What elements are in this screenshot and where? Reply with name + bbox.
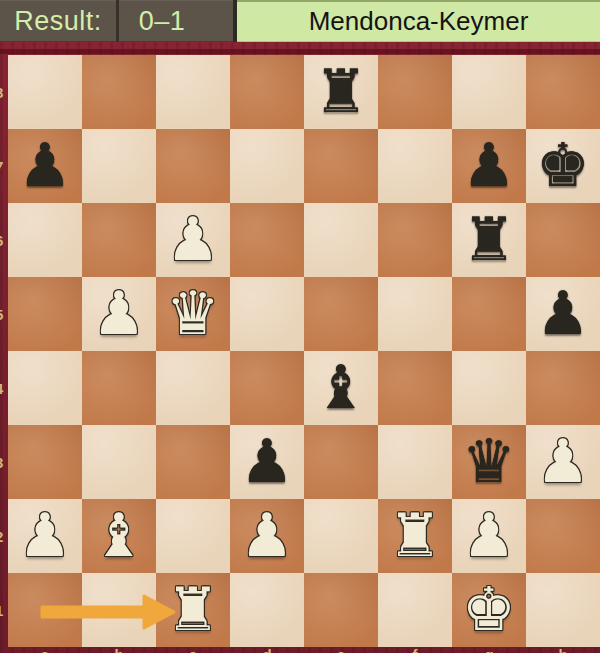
square-c6[interactable]: ♟ <box>156 203 230 277</box>
square-e6[interactable] <box>304 203 378 277</box>
square-g2[interactable]: ♟ <box>452 499 526 573</box>
square-f6[interactable] <box>378 203 452 277</box>
rank-label-4: 4 <box>0 380 3 397</box>
piece-white-bishop[interactable]: ♝ <box>82 499 156 573</box>
square-b6[interactable] <box>82 203 156 277</box>
square-g3[interactable]: ♛ <box>452 425 526 499</box>
file-label-f: f <box>413 646 418 653</box>
square-h5[interactable]: ♟ <box>526 277 600 351</box>
file-label-c: c <box>189 646 197 653</box>
piece-white-pawn[interactable]: ♟ <box>452 499 526 573</box>
piece-white-rook[interactable]: ♜ <box>378 499 452 573</box>
square-e7[interactable] <box>304 129 378 203</box>
piece-white-pawn[interactable]: ♟ <box>526 425 600 499</box>
piece-white-queen[interactable]: ♛ <box>156 277 230 351</box>
square-e2[interactable] <box>304 499 378 573</box>
square-f7[interactable] <box>378 129 452 203</box>
square-d1[interactable] <box>230 573 304 647</box>
square-c5[interactable]: ♛ <box>156 277 230 351</box>
square-c3[interactable] <box>156 425 230 499</box>
square-g6[interactable]: ♜ <box>452 203 526 277</box>
players-box[interactable]: Mendonca-Keymer <box>237 0 600 42</box>
square-g7[interactable]: ♟ <box>452 129 526 203</box>
square-a7[interactable]: ♟ <box>8 129 82 203</box>
square-b3[interactable] <box>82 425 156 499</box>
square-g5[interactable] <box>452 277 526 351</box>
square-f4[interactable] <box>378 351 452 425</box>
square-d2[interactable]: ♟ <box>230 499 304 573</box>
rank-label-2: 2 <box>0 528 3 545</box>
square-c2[interactable] <box>156 499 230 573</box>
square-c4[interactable] <box>156 351 230 425</box>
chess-app-window: Result: 0–1 Mendonca-Keymer ♜♟♟♚♟♜♟♛♟♝♟♛… <box>0 0 600 653</box>
square-d8[interactable] <box>230 55 304 129</box>
square-f2[interactable]: ♜ <box>378 499 452 573</box>
result-bar: Result: 0–1 Mendonca-Keymer <box>0 0 600 42</box>
piece-white-rook[interactable]: ♜ <box>156 573 230 647</box>
result-box: Result: 0–1 <box>0 0 233 42</box>
file-label-b: b <box>114 646 123 653</box>
piece-white-pawn[interactable]: ♟ <box>82 277 156 351</box>
square-g1[interactable]: ♚ <box>452 573 526 647</box>
square-g8[interactable] <box>452 55 526 129</box>
piece-black-queen[interactable]: ♛ <box>452 425 526 499</box>
file-label-e: e <box>337 646 345 653</box>
square-e8[interactable]: ♜ <box>304 55 378 129</box>
piece-white-king[interactable]: ♚ <box>452 573 526 647</box>
square-c1[interactable]: ♜ <box>156 573 230 647</box>
square-e1[interactable] <box>304 573 378 647</box>
square-b5[interactable]: ♟ <box>82 277 156 351</box>
square-d7[interactable] <box>230 129 304 203</box>
piece-black-pawn[interactable]: ♟ <box>8 129 82 203</box>
players-name: Mendonca-Keymer <box>309 6 529 37</box>
board-top-edge <box>0 49 600 54</box>
square-f3[interactable] <box>378 425 452 499</box>
square-h1[interactable] <box>526 573 600 647</box>
square-e4[interactable]: ♝ <box>304 351 378 425</box>
rank-label-3: 3 <box>0 454 3 471</box>
piece-black-pawn[interactable]: ♟ <box>230 425 304 499</box>
file-label-d: d <box>262 646 271 653</box>
square-a5[interactable] <box>8 277 82 351</box>
square-b4[interactable] <box>82 351 156 425</box>
square-a6[interactable] <box>8 203 82 277</box>
square-c7[interactable] <box>156 129 230 203</box>
square-d4[interactable] <box>230 351 304 425</box>
rank-label-1: 1 <box>0 602 3 619</box>
rank-label-7: 7 <box>0 158 3 175</box>
piece-black-king[interactable]: ♚ <box>526 129 600 203</box>
square-b7[interactable] <box>82 129 156 203</box>
piece-white-pawn[interactable]: ♟ <box>8 499 82 573</box>
square-h4[interactable] <box>526 351 600 425</box>
chess-board: ♜♟♟♚♟♜♟♛♟♝♟♛♟♟♝♟♜♟♜♚ <box>8 55 600 647</box>
square-d3[interactable]: ♟ <box>230 425 304 499</box>
square-b1[interactable] <box>82 573 156 647</box>
result-value: 0–1 <box>139 6 186 36</box>
result-label: Result: <box>14 6 102 36</box>
square-g4[interactable] <box>452 351 526 425</box>
square-c8[interactable] <box>156 55 230 129</box>
piece-black-rook[interactable]: ♜ <box>452 203 526 277</box>
square-b2[interactable]: ♝ <box>82 499 156 573</box>
square-a3[interactable] <box>8 425 82 499</box>
square-e5[interactable] <box>304 277 378 351</box>
square-h2[interactable] <box>526 499 600 573</box>
file-label-g: g <box>484 646 493 653</box>
rank-label-8: 8 <box>0 84 3 101</box>
square-a1[interactable] <box>8 573 82 647</box>
file-label-h: h <box>558 646 567 653</box>
square-e3[interactable] <box>304 425 378 499</box>
square-a2[interactable]: ♟ <box>8 499 82 573</box>
square-a8[interactable] <box>8 55 82 129</box>
square-d6[interactable] <box>230 203 304 277</box>
square-f5[interactable] <box>378 277 452 351</box>
piece-white-pawn[interactable]: ♟ <box>230 499 304 573</box>
file-label-a: a <box>41 646 49 653</box>
square-d5[interactable] <box>230 277 304 351</box>
square-b8[interactable] <box>82 55 156 129</box>
square-a4[interactable] <box>8 351 82 425</box>
square-f8[interactable] <box>378 55 452 129</box>
piece-black-pawn[interactable]: ♟ <box>526 277 600 351</box>
piece-white-pawn[interactable]: ♟ <box>156 203 230 277</box>
square-h8[interactable] <box>526 55 600 129</box>
rank-label-5: 5 <box>0 306 3 323</box>
piece-black-bishop[interactable]: ♝ <box>304 351 378 425</box>
rank-label-6: 6 <box>0 232 3 249</box>
piece-black-pawn[interactable]: ♟ <box>452 129 526 203</box>
piece-black-rook[interactable]: ♜ <box>304 55 378 129</box>
square-h7[interactable]: ♚ <box>526 129 600 203</box>
square-h6[interactable] <box>526 203 600 277</box>
square-f1[interactable] <box>378 573 452 647</box>
square-h3[interactable]: ♟ <box>526 425 600 499</box>
